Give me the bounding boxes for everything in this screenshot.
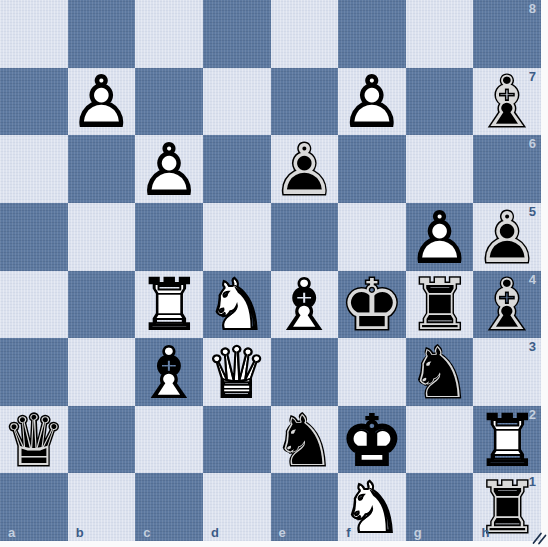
piece-black-rook[interactable]: ♜♖ xyxy=(406,271,474,339)
piece-fill-glyph: ♚ xyxy=(338,407,406,475)
square-a6[interactable] xyxy=(0,135,68,203)
piece-fill-glyph: ♞ xyxy=(406,339,474,407)
piece-outline-glyph: ♗ xyxy=(271,272,339,340)
piece-fill-glyph: ♟ xyxy=(338,69,406,137)
square-a1[interactable]: a xyxy=(0,473,68,541)
square-a2[interactable]: ♛♕ xyxy=(0,406,68,474)
square-e3[interactable] xyxy=(271,338,339,406)
piece-outline-glyph: ♘ xyxy=(203,272,271,340)
square-e2[interactable]: ♞♘ xyxy=(271,406,339,474)
square-g1[interactable]: g xyxy=(406,473,474,541)
square-h8[interactable]: 8 xyxy=(473,0,541,68)
square-a4[interactable] xyxy=(0,271,68,339)
square-g3[interactable]: ♞♘ xyxy=(406,338,474,406)
square-f4[interactable]: ♚♔ xyxy=(338,271,406,339)
board-stage: 8♟♙♟♙7♝♗♟♙♟♙6♟♙5♟♙♜♖♞♘♝♗♚♔♜♖4♝♗♝♗♛♕♞♘3♛♕… xyxy=(0,0,548,547)
file-label-c: c xyxy=(143,526,150,539)
square-a5[interactable] xyxy=(0,203,68,271)
square-h2[interactable]: 2♜♖ xyxy=(473,406,541,474)
piece-outline-glyph: ♕ xyxy=(0,407,68,475)
piece-outline-glyph: ♗ xyxy=(135,339,203,407)
square-g2[interactable] xyxy=(406,406,474,474)
square-g4[interactable]: ♜♖ xyxy=(406,271,474,339)
square-b2[interactable] xyxy=(68,406,136,474)
board-resize-handle-icon[interactable] xyxy=(531,530,547,546)
rank-label-5: 5 xyxy=(529,205,536,218)
piece-fill-glyph: ♜ xyxy=(135,272,203,340)
square-d5[interactable] xyxy=(203,203,271,271)
square-c2[interactable] xyxy=(135,406,203,474)
piece-outline-glyph: ♙ xyxy=(406,204,474,272)
square-e5[interactable] xyxy=(271,203,339,271)
piece-white-rook[interactable]: ♜♖ xyxy=(135,271,203,339)
square-d6[interactable] xyxy=(203,135,271,203)
piece-outline-glyph: ♖ xyxy=(135,272,203,340)
piece-white-pawn[interactable]: ♟♙ xyxy=(338,68,406,136)
piece-black-queen[interactable]: ♛♕ xyxy=(0,406,68,474)
file-label-g: g xyxy=(414,526,422,539)
square-d2[interactable] xyxy=(203,406,271,474)
square-d3[interactable]: ♛♕ xyxy=(203,338,271,406)
square-e4[interactable]: ♝♗ xyxy=(271,271,339,339)
square-h7[interactable]: 7♝♗ xyxy=(473,68,541,136)
square-f8[interactable] xyxy=(338,0,406,68)
piece-outline-glyph: ♘ xyxy=(271,407,339,475)
rank-label-6: 6 xyxy=(529,137,536,150)
square-c5[interactable] xyxy=(135,203,203,271)
piece-white-pawn[interactable]: ♟♙ xyxy=(68,68,136,136)
file-label-a: a xyxy=(8,526,15,539)
piece-black-knight[interactable]: ♞♘ xyxy=(406,338,474,406)
piece-outline-glyph: ♕ xyxy=(203,339,271,407)
square-f6[interactable] xyxy=(338,135,406,203)
square-g5[interactable]: ♟♙ xyxy=(406,203,474,271)
square-g6[interactable] xyxy=(406,135,474,203)
square-b8[interactable] xyxy=(68,0,136,68)
square-c6[interactable]: ♟♙ xyxy=(135,135,203,203)
piece-black-pawn[interactable]: ♟♙ xyxy=(271,135,339,203)
rank-label-1: 1 xyxy=(529,475,536,488)
square-g8[interactable] xyxy=(406,0,474,68)
piece-fill-glyph: ♚ xyxy=(338,272,406,340)
square-b6[interactable] xyxy=(68,135,136,203)
square-d7[interactable] xyxy=(203,68,271,136)
square-e7[interactable] xyxy=(271,68,339,136)
rank-label-8: 8 xyxy=(529,2,536,15)
piece-fill-glyph: ♟ xyxy=(135,136,203,204)
square-b1[interactable]: b xyxy=(68,473,136,541)
file-label-f: f xyxy=(346,526,350,539)
piece-white-bishop[interactable]: ♝♗ xyxy=(271,271,339,339)
piece-fill-glyph: ♛ xyxy=(203,339,271,407)
square-f3[interactable] xyxy=(338,338,406,406)
piece-fill-glyph: ♞ xyxy=(271,407,339,475)
square-g7[interactable] xyxy=(406,68,474,136)
rank-label-4: 4 xyxy=(529,273,536,286)
square-a7[interactable] xyxy=(0,68,68,136)
piece-fill-glyph: ♟ xyxy=(406,204,474,272)
square-c8[interactable] xyxy=(135,0,203,68)
rank-label-7: 7 xyxy=(529,70,536,83)
piece-outline-glyph: ♔ xyxy=(338,272,406,340)
square-b7[interactable]: ♟♙ xyxy=(68,68,136,136)
piece-fill-glyph: ♟ xyxy=(271,136,339,204)
piece-fill-glyph: ♞ xyxy=(203,272,271,340)
square-e1[interactable]: e xyxy=(271,473,339,541)
square-c4[interactable]: ♜♖ xyxy=(135,271,203,339)
piece-fill-glyph: ♜ xyxy=(406,272,474,340)
piece-white-bishop[interactable]: ♝♗ xyxy=(135,338,203,406)
piece-outline-glyph: ♖ xyxy=(406,272,474,340)
square-d1[interactable]: d xyxy=(203,473,271,541)
piece-fill-glyph: ♛ xyxy=(0,407,68,475)
square-a3[interactable] xyxy=(0,338,68,406)
square-f1[interactable]: f♞♘ xyxy=(338,473,406,541)
square-c3[interactable]: ♝♗ xyxy=(135,338,203,406)
square-b3[interactable] xyxy=(68,338,136,406)
file-label-b: b xyxy=(76,526,84,539)
file-label-h: h xyxy=(481,526,489,539)
square-e8[interactable] xyxy=(271,0,339,68)
square-a8[interactable] xyxy=(0,0,68,68)
square-b4[interactable] xyxy=(68,271,136,339)
piece-white-knight[interactable]: ♞♘ xyxy=(203,271,271,339)
chess-board: 8♟♙♟♙7♝♗♟♙♟♙6♟♙5♟♙♜♖♞♘♝♗♚♔♜♖4♝♗♝♗♛♕♞♘3♛♕… xyxy=(0,0,541,541)
piece-white-pawn[interactable]: ♟♙ xyxy=(406,203,474,271)
piece-outline-glyph: ♙ xyxy=(338,69,406,137)
square-b5[interactable] xyxy=(68,203,136,271)
piece-fill-glyph: ♝ xyxy=(271,272,339,340)
square-d4[interactable]: ♞♘ xyxy=(203,271,271,339)
rank-label-3: 3 xyxy=(529,340,536,353)
rank-label-2: 2 xyxy=(529,408,536,421)
piece-outline-glyph: ♙ xyxy=(68,69,136,137)
file-label-d: d xyxy=(211,526,219,539)
square-h3[interactable]: 3 xyxy=(473,338,541,406)
square-f5[interactable] xyxy=(338,203,406,271)
piece-black-king[interactable]: ♚♔ xyxy=(338,271,406,339)
square-f7[interactable]: ♟♙ xyxy=(338,68,406,136)
piece-black-knight[interactable]: ♞♘ xyxy=(271,406,339,474)
square-h4[interactable]: 4♝♗ xyxy=(473,271,541,339)
square-h6[interactable]: 6 xyxy=(473,135,541,203)
file-label-e: e xyxy=(279,526,286,539)
square-c7[interactable] xyxy=(135,68,203,136)
piece-white-king[interactable]: ♚♔ xyxy=(338,406,406,474)
square-h5[interactable]: 5♟♙ xyxy=(473,203,541,271)
square-d8[interactable] xyxy=(203,0,271,68)
piece-outline-glyph: ♙ xyxy=(271,136,339,204)
piece-outline-glyph: ♘ xyxy=(406,339,474,407)
piece-outline-glyph: ♔ xyxy=(338,407,406,475)
square-c1[interactable]: c xyxy=(135,473,203,541)
piece-fill-glyph: ♟ xyxy=(68,69,136,137)
piece-outline-glyph: ♙ xyxy=(135,136,203,204)
square-f2[interactable]: ♚♔ xyxy=(338,406,406,474)
square-e6[interactable]: ♟♙ xyxy=(271,135,339,203)
piece-white-queen[interactable]: ♛♕ xyxy=(203,338,271,406)
piece-white-pawn[interactable]: ♟♙ xyxy=(135,135,203,203)
piece-fill-glyph: ♝ xyxy=(135,339,203,407)
